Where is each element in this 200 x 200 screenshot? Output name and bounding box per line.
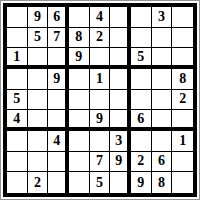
cell-r7c3[interactable]: 4 [48,131,69,152]
cell-r8c9[interactable] [172,152,193,173]
cell-r2c1[interactable] [7,28,28,49]
cell-r9c4[interactable] [69,172,90,193]
cell-r1c2[interactable]: 9 [28,7,49,28]
cell-r4c6[interactable] [110,69,131,90]
cell-r8c8[interactable]: 6 [152,152,173,173]
cell-r9c7[interactable]: 9 [131,172,152,193]
cell-r9c6[interactable] [110,172,131,193]
cell-r2c7[interactable] [131,28,152,49]
cell-r3c7[interactable]: 5 [131,48,152,69]
cell-r2c9[interactable] [172,28,193,49]
cell-r2c4[interactable]: 8 [69,28,90,49]
cell-r5c2[interactable] [28,90,49,111]
cell-r6c7[interactable]: 6 [131,110,152,131]
cell-r5c6[interactable] [110,90,131,111]
cell-r5c4[interactable] [69,90,90,111]
cell-r3c4[interactable]: 9 [69,48,90,69]
cell-r7c8[interactable] [152,131,173,152]
cell-r8c7[interactable]: 2 [131,152,152,173]
sudoku-screenshot: 964357821959185249643179262598 [0,0,200,200]
cell-r4c4[interactable] [69,69,90,90]
cell-r4c1[interactable] [7,69,28,90]
cell-r2c5[interactable]: 2 [90,28,111,49]
cell-r8c1[interactable] [7,152,28,173]
cell-r3c8[interactable] [152,48,173,69]
cell-r8c5[interactable]: 7 [90,152,111,173]
cell-r6c3[interactable] [48,110,69,131]
cell-r2c8[interactable] [152,28,173,49]
cell-r6c1[interactable]: 4 [7,110,28,131]
cell-r7c5[interactable] [90,131,111,152]
cell-r6c4[interactable] [69,110,90,131]
cell-r3c2[interactable] [28,48,49,69]
cell-r1c5[interactable]: 4 [90,7,111,28]
cell-r1c8[interactable]: 3 [152,7,173,28]
cell-r5c3[interactable] [48,90,69,111]
cell-r7c9[interactable]: 1 [172,131,193,152]
cell-r2c3[interactable]: 7 [48,28,69,49]
cell-r6c5[interactable]: 9 [90,110,111,131]
sudoku-board: 964357821959185249643179262598 [3,3,197,197]
cell-r1c9[interactable] [172,7,193,28]
cell-r3c3[interactable] [48,48,69,69]
cell-r4c7[interactable] [131,69,152,90]
cell-r9c1[interactable] [7,172,28,193]
cell-r7c2[interactable] [28,131,49,152]
cell-r3c6[interactable] [110,48,131,69]
cell-r4c3[interactable]: 9 [48,69,69,90]
cell-r1c7[interactable] [131,7,152,28]
cell-r7c1[interactable] [7,131,28,152]
cell-r1c6[interactable] [110,7,131,28]
cell-r3c1[interactable]: 1 [7,48,28,69]
cell-r4c8[interactable] [152,69,173,90]
cell-r1c1[interactable] [7,7,28,28]
cell-r9c5[interactable]: 5 [90,172,111,193]
cell-r1c3[interactable]: 6 [48,7,69,28]
cell-r7c6[interactable]: 3 [110,131,131,152]
cell-r4c2[interactable] [28,69,49,90]
cell-r3c9[interactable] [172,48,193,69]
cell-r9c3[interactable] [48,172,69,193]
cell-r7c7[interactable] [131,131,152,152]
cell-r4c5[interactable]: 1 [90,69,111,90]
cell-r5c7[interactable] [131,90,152,111]
cell-r9c9[interactable] [172,172,193,193]
cell-r3c5[interactable] [90,48,111,69]
cell-r9c2[interactable]: 2 [28,172,49,193]
cell-r8c2[interactable] [28,152,49,173]
cell-r5c1[interactable]: 5 [7,90,28,111]
cell-r5c5[interactable] [90,90,111,111]
cell-r5c9[interactable]: 2 [172,90,193,111]
cell-r8c4[interactable] [69,152,90,173]
cell-r1c4[interactable] [69,7,90,28]
cell-r8c3[interactable] [48,152,69,173]
cell-r9c8[interactable]: 8 [152,172,173,193]
cell-r5c8[interactable] [152,90,173,111]
cell-r6c6[interactable] [110,110,131,131]
cell-r6c8[interactable] [152,110,173,131]
cell-r2c6[interactable] [110,28,131,49]
cell-r7c4[interactable] [69,131,90,152]
cell-r4c9[interactable]: 8 [172,69,193,90]
cell-r8c6[interactable]: 9 [110,152,131,173]
cell-r6c9[interactable] [172,110,193,131]
cell-r6c2[interactable] [28,110,49,131]
cell-r2c2[interactable]: 5 [28,28,49,49]
